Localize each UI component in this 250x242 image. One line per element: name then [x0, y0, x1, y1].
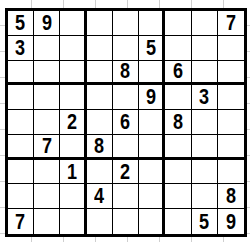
cell-r5c2[interactable] [34, 110, 60, 135]
cell-digit: 2 [67, 111, 77, 133]
cell-r2c5[interactable] [113, 36, 139, 61]
cell-r6c4[interactable]: 8 [87, 135, 113, 160]
cell-r5c4[interactable] [87, 110, 113, 135]
cell-digit: 5 [16, 12, 26, 34]
cell-r9c2[interactable] [34, 209, 60, 234]
cell-r9c3[interactable] [60, 209, 86, 234]
cell-r9c8[interactable]: 5 [192, 209, 218, 234]
cell-r8c6[interactable] [139, 184, 165, 209]
cell-r2c8[interactable] [192, 36, 218, 61]
cell-r1c6[interactable] [139, 11, 165, 36]
cell-r5c5[interactable]: 6 [113, 110, 139, 135]
cell-r6c9[interactable] [218, 135, 244, 160]
cell-r1c9[interactable]: 7 [218, 11, 244, 36]
cell-digit: 9 [146, 86, 156, 108]
cell-r7c1[interactable] [8, 160, 34, 185]
cell-digit: 4 [94, 185, 104, 207]
cell-r1c1[interactable]: 5 [8, 11, 34, 36]
cell-r4c1[interactable] [8, 85, 34, 110]
cell-digit: 8 [120, 61, 130, 83]
cell-r5c9[interactable] [218, 110, 244, 135]
sudoku-board: 597358693268781248759 [5, 8, 247, 237]
cell-r3c2[interactable] [34, 61, 60, 86]
cell-r3c1[interactable] [8, 61, 34, 86]
cell-r4c9[interactable] [218, 85, 244, 110]
cell-digit: 6 [120, 111, 130, 133]
cell-digit: 9 [42, 12, 52, 34]
cell-r1c8[interactable] [192, 11, 218, 36]
cell-r8c5[interactable] [113, 184, 139, 209]
cell-r6c8[interactable] [192, 135, 218, 160]
cell-r6c7[interactable] [165, 135, 191, 160]
cell-digit: 7 [226, 12, 236, 34]
cell-digit: 5 [199, 211, 209, 233]
cell-r8c3[interactable] [60, 184, 86, 209]
cell-digit: 7 [16, 211, 26, 233]
cell-r4c2[interactable] [34, 85, 60, 110]
cell-r2c3[interactable] [60, 36, 86, 61]
cell-digit: 6 [173, 61, 183, 83]
cell-digit: 3 [199, 86, 209, 108]
cell-r9c5[interactable] [113, 209, 139, 234]
cell-r2c7[interactable] [165, 36, 191, 61]
cell-r7c6[interactable] [139, 160, 165, 185]
cell-r3c7[interactable]: 6 [165, 61, 191, 86]
cell-r8c9[interactable]: 8 [218, 184, 244, 209]
cell-r2c2[interactable] [34, 36, 60, 61]
cell-r9c4[interactable] [87, 209, 113, 234]
cell-r1c2[interactable]: 9 [34, 11, 60, 36]
cell-r6c3[interactable] [60, 135, 86, 160]
cell-r5c1[interactable] [8, 110, 34, 135]
cell-r4c5[interactable] [113, 85, 139, 110]
cell-r9c6[interactable] [139, 209, 165, 234]
cell-r4c6[interactable]: 9 [139, 85, 165, 110]
cell-r8c4[interactable]: 4 [87, 184, 113, 209]
cell-r7c5[interactable]: 2 [113, 160, 139, 185]
cell-digit: 8 [173, 111, 183, 133]
cell-r1c7[interactable] [165, 11, 191, 36]
cell-r1c3[interactable] [60, 11, 86, 36]
cell-r4c8[interactable]: 3 [192, 85, 218, 110]
cell-r4c7[interactable] [165, 85, 191, 110]
cell-r1c4[interactable] [87, 11, 113, 36]
cell-r7c9[interactable] [218, 160, 244, 185]
cell-r8c8[interactable] [192, 184, 218, 209]
cell-digit: 7 [42, 135, 52, 157]
cell-r5c6[interactable] [139, 110, 165, 135]
cell-r3c4[interactable] [87, 61, 113, 86]
cell-r7c7[interactable] [165, 160, 191, 185]
cell-r5c3[interactable]: 2 [60, 110, 86, 135]
cell-r7c4[interactable] [87, 160, 113, 185]
cell-r6c1[interactable] [8, 135, 34, 160]
cell-r8c7[interactable] [165, 184, 191, 209]
cell-digit: 2 [120, 161, 130, 183]
cell-r9c9[interactable]: 9 [218, 209, 244, 234]
cell-r2c9[interactable] [218, 36, 244, 61]
page: 597358693268781248759 [0, 0, 250, 242]
cell-r2c1[interactable]: 3 [8, 36, 34, 61]
cell-r3c9[interactable] [218, 61, 244, 86]
cell-r4c3[interactable] [60, 85, 86, 110]
cell-r8c2[interactable] [34, 184, 60, 209]
cell-r7c3[interactable]: 1 [60, 160, 86, 185]
cell-digit: 1 [67, 161, 77, 183]
cell-r3c6[interactable] [139, 61, 165, 86]
cell-digit: 8 [226, 185, 236, 207]
cell-r6c5[interactable] [113, 135, 139, 160]
cell-r2c6[interactable]: 5 [139, 36, 165, 61]
cell-r5c8[interactable] [192, 110, 218, 135]
cell-r3c8[interactable] [192, 61, 218, 86]
cell-r2c4[interactable] [87, 36, 113, 61]
cell-r6c6[interactable] [139, 135, 165, 160]
cell-r9c1[interactable]: 7 [8, 209, 34, 234]
cell-digit: 3 [16, 37, 26, 59]
cell-r5c7[interactable]: 8 [165, 110, 191, 135]
cell-digit: 5 [146, 37, 156, 59]
cell-r7c8[interactable] [192, 160, 218, 185]
cell-r7c2[interactable] [34, 160, 60, 185]
cell-digit: 9 [226, 211, 236, 233]
cell-r6c2[interactable]: 7 [34, 135, 60, 160]
cell-r8c1[interactable] [8, 184, 34, 209]
cell-r3c5[interactable]: 8 [113, 61, 139, 86]
cell-r3c3[interactable] [60, 61, 86, 86]
cell-r9c7[interactable] [165, 209, 191, 234]
cell-r1c5[interactable] [113, 11, 139, 36]
cell-r4c4[interactable] [87, 85, 113, 110]
cell-digit: 8 [94, 135, 104, 157]
